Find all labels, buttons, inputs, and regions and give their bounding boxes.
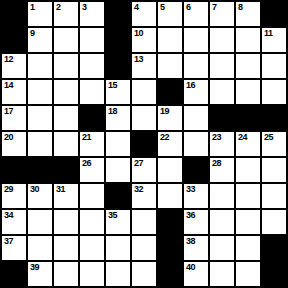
black-cell-r5c9 (210, 106, 234, 130)
cell-r2c3[interactable] (54, 28, 78, 52)
clue-number-34: 34 (4, 210, 13, 221)
cell-r2c4[interactable] (80, 28, 104, 52)
cell-r5c8[interactable] (184, 106, 208, 130)
cell-r11c4[interactable] (80, 262, 104, 286)
black-cell-r7c1 (2, 158, 26, 182)
clue-number-32: 32 (134, 184, 143, 195)
clue-number-12: 12 (4, 54, 13, 65)
cell-r4c3[interactable] (54, 80, 78, 104)
clue-number-3: 3 (82, 2, 87, 13)
cell-r4c2[interactable] (28, 80, 52, 104)
cell-r7c5[interactable] (106, 158, 130, 182)
cell-r11c9[interactable] (210, 262, 234, 286)
clue-number-18: 18 (108, 106, 117, 117)
black-cell-r3c5 (106, 54, 130, 78)
clue-number-22: 22 (160, 132, 169, 143)
cell-r6c3[interactable] (54, 132, 78, 156)
cell-r10c4[interactable] (80, 236, 104, 260)
black-cell-r4c7 (158, 80, 182, 104)
cell-r3c9[interactable] (210, 54, 234, 78)
cell-r4c10[interactable] (236, 80, 260, 104)
cell-r9c11[interactable] (262, 210, 286, 234)
black-cell-r11c7 (158, 262, 182, 286)
cell-r8c1[interactable]: 29 (2, 184, 26, 208)
clue-number-11: 11 (264, 28, 273, 39)
clue-number-30: 30 (30, 184, 39, 195)
clue-number-28: 28 (212, 158, 221, 169)
cell-r5c7[interactable]: 19 (158, 106, 182, 130)
cell-r10c9[interactable] (210, 236, 234, 260)
cell-r3c1[interactable]: 12 (2, 54, 26, 78)
cell-r6c5[interactable] (106, 132, 130, 156)
clue-number-7: 7 (212, 2, 217, 13)
cell-r6c2[interactable] (28, 132, 52, 156)
clue-number-33: 33 (186, 184, 195, 195)
cell-r2c2[interactable]: 9 (28, 28, 52, 52)
cell-r7c6[interactable]: 27 (132, 158, 156, 182)
black-cell-r11c1 (2, 262, 26, 286)
clue-number-26: 26 (82, 158, 91, 169)
cell-r8c9[interactable] (210, 184, 234, 208)
black-cell-r5c10 (236, 106, 260, 130)
cell-r10c2[interactable] (28, 236, 52, 260)
cell-r7c7[interactable] (158, 158, 182, 182)
clue-number-38: 38 (186, 236, 195, 247)
cell-r1c3[interactable]: 2 (54, 2, 78, 26)
cell-r10c5[interactable] (106, 236, 130, 260)
cell-r8c2[interactable]: 30 (28, 184, 52, 208)
cell-r4c6[interactable] (132, 80, 156, 104)
black-cell-r5c11 (262, 106, 286, 130)
black-cell-r11c11 (262, 262, 286, 286)
clue-number-19: 19 (160, 106, 169, 117)
clue-number-25: 25 (264, 132, 273, 143)
cell-r7c10[interactable] (236, 158, 260, 182)
cell-r2c8[interactable] (184, 28, 208, 52)
cell-r4c11[interactable] (262, 80, 286, 104)
cell-r7c9[interactable]: 28 (210, 158, 234, 182)
cell-r4c9[interactable] (210, 80, 234, 104)
black-cell-r1c5 (106, 2, 130, 26)
clue-number-29: 29 (4, 184, 13, 195)
black-cell-r1c11 (262, 2, 286, 26)
cell-r9c1[interactable]: 34 (2, 210, 26, 234)
cell-r4c1[interactable]: 14 (2, 80, 26, 104)
cell-r10c3[interactable] (54, 236, 78, 260)
clue-number-35: 35 (108, 210, 117, 221)
black-cell-r6c6 (132, 132, 156, 156)
cell-r6c10[interactable]: 24 (236, 132, 260, 156)
clue-number-31: 31 (56, 184, 65, 195)
clue-number-16: 16 (186, 80, 195, 91)
black-cell-r9c7 (158, 210, 182, 234)
black-cell-r10c11 (262, 236, 286, 260)
clue-number-5: 5 (160, 2, 165, 13)
cell-r8c10[interactable] (236, 184, 260, 208)
clue-number-6: 6 (186, 2, 191, 13)
clue-number-15: 15 (108, 80, 117, 91)
clue-number-1: 1 (30, 2, 35, 13)
cell-r3c3[interactable] (54, 54, 78, 78)
cell-r6c11[interactable]: 25 (262, 132, 286, 156)
clue-number-10: 10 (134, 28, 143, 39)
clue-number-14: 14 (4, 80, 13, 91)
cell-r1c8[interactable]: 6 (184, 2, 208, 26)
cell-r11c10[interactable] (236, 262, 260, 286)
clue-number-39: 39 (30, 262, 39, 273)
clue-number-17: 17 (4, 106, 13, 117)
clue-number-8: 8 (238, 2, 243, 13)
cell-r9c6[interactable] (132, 210, 156, 234)
cell-r5c2[interactable] (28, 106, 52, 130)
black-cell-r5c4 (80, 106, 104, 130)
cell-r8c7[interactable] (158, 184, 182, 208)
clue-number-20: 20 (4, 132, 13, 143)
cell-r2c10[interactable] (236, 28, 260, 52)
cell-r2c6[interactable]: 10 (132, 28, 156, 52)
cell-r3c10[interactable] (236, 54, 260, 78)
cell-r10c6[interactable] (132, 236, 156, 260)
cell-r4c4[interactable] (80, 80, 104, 104)
clue-number-23: 23 (212, 132, 221, 143)
cell-r9c8[interactable]: 36 (184, 210, 208, 234)
cell-r3c8[interactable] (184, 54, 208, 78)
clue-number-36: 36 (186, 210, 195, 221)
cell-r8c3[interactable]: 31 (54, 184, 78, 208)
cell-r6c9[interactable]: 23 (210, 132, 234, 156)
cell-r8c11[interactable] (262, 184, 286, 208)
cell-r7c11[interactable] (262, 158, 286, 182)
cell-r5c3[interactable] (54, 106, 78, 130)
cell-r9c5[interactable]: 35 (106, 210, 130, 234)
clue-number-27: 27 (134, 158, 143, 169)
cell-r3c2[interactable] (28, 54, 52, 78)
crossword-board: 1234567891011121314151617181920212223242… (0, 0, 288, 288)
cell-r9c2[interactable] (28, 210, 52, 234)
cell-r7c4[interactable]: 26 (80, 158, 104, 182)
cell-r10c10[interactable] (236, 236, 260, 260)
cell-r11c6[interactable] (132, 262, 156, 286)
clue-number-40: 40 (186, 262, 195, 273)
black-cell-r2c1 (2, 28, 26, 52)
black-cell-r1c1 (2, 2, 26, 26)
cell-r8c6[interactable]: 32 (132, 184, 156, 208)
cell-r3c11[interactable] (262, 54, 286, 78)
cell-r11c8[interactable]: 40 (184, 262, 208, 286)
cell-r6c1[interactable]: 20 (2, 132, 26, 156)
cell-r8c4[interactable] (80, 184, 104, 208)
cell-r11c5[interactable] (106, 262, 130, 286)
cell-r1c7[interactable]: 5 (158, 2, 182, 26)
cell-r4c8[interactable]: 16 (184, 80, 208, 104)
cell-r6c8[interactable] (184, 132, 208, 156)
cell-r2c11[interactable]: 11 (262, 28, 286, 52)
cell-r9c4[interactable] (80, 210, 104, 234)
cell-r2c7[interactable] (158, 28, 182, 52)
black-cell-r2c5 (106, 28, 130, 52)
black-cell-r7c8 (184, 158, 208, 182)
cell-r6c4[interactable]: 21 (80, 132, 104, 156)
cell-r4c5[interactable]: 15 (106, 80, 130, 104)
clue-number-24: 24 (238, 132, 247, 143)
clue-number-9: 9 (30, 28, 35, 39)
cell-r1c6[interactable]: 4 (132, 2, 156, 26)
cell-r1c10[interactable]: 8 (236, 2, 260, 26)
cell-r9c10[interactable] (236, 210, 260, 234)
cell-r5c5[interactable]: 18 (106, 106, 130, 130)
clue-number-37: 37 (4, 236, 13, 247)
cell-r11c2[interactable]: 39 (28, 262, 52, 286)
clue-number-4: 4 (134, 2, 139, 13)
cell-r10c1[interactable]: 37 (2, 236, 26, 260)
cell-r3c7[interactable] (158, 54, 182, 78)
cell-r1c9[interactable]: 7 (210, 2, 234, 26)
clue-number-21: 21 (82, 132, 91, 143)
black-cell-r7c2 (28, 158, 52, 182)
cell-r1c2[interactable]: 1 (28, 2, 52, 26)
black-cell-r7c3 (54, 158, 78, 182)
cell-r1c4[interactable]: 3 (80, 2, 104, 26)
black-cell-r10c7 (158, 236, 182, 260)
cell-r8c8[interactable]: 33 (184, 184, 208, 208)
clue-number-2: 2 (56, 2, 61, 13)
clue-number-13: 13 (134, 54, 143, 65)
black-cell-r8c5 (106, 184, 130, 208)
cell-r9c3[interactable] (54, 210, 78, 234)
cell-r2c9[interactable] (210, 28, 234, 52)
cell-r6c7[interactable]: 22 (158, 132, 182, 156)
cell-r10c8[interactable]: 38 (184, 236, 208, 260)
cell-r3c6[interactable]: 13 (132, 54, 156, 78)
cell-r5c1[interactable]: 17 (2, 106, 26, 130)
cell-r5c6[interactable] (132, 106, 156, 130)
cell-r9c9[interactable] (210, 210, 234, 234)
cell-r3c4[interactable] (80, 54, 104, 78)
cell-r11c3[interactable] (54, 262, 78, 286)
